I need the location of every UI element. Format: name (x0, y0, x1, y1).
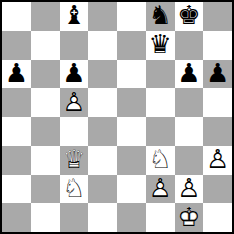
black-knight: ♞ (146, 2, 175, 31)
black-pawn-glyph: ♟ (206, 60, 229, 86)
square-g8[interactable]: ♚ (175, 2, 204, 31)
black-pawn-glyph: ♟ (5, 60, 28, 86)
white-knight-outline: ♘ (148, 147, 171, 173)
black-pawn: ♟ (203, 60, 232, 89)
square-b2[interactable] (31, 175, 60, 204)
black-pawn-glyph: ♟ (62, 60, 85, 86)
square-d7[interactable] (88, 31, 117, 60)
square-f2[interactable]: ♟♙ (146, 175, 175, 204)
square-c8[interactable]: ♝ (60, 2, 89, 31)
square-g4[interactable] (175, 117, 204, 146)
white-knight: ♞♘ (60, 175, 89, 204)
square-d2[interactable] (88, 175, 117, 204)
square-e3[interactable] (117, 146, 146, 175)
black-pawn: ♟ (2, 60, 31, 89)
white-queen-outline: ♕ (62, 147, 85, 173)
square-f8[interactable]: ♞ (146, 2, 175, 31)
square-b1[interactable] (31, 203, 60, 232)
square-a3[interactable] (2, 146, 31, 175)
square-d5[interactable] (88, 88, 117, 117)
black-pawn: ♟ (175, 60, 204, 89)
white-queen: ♛♕ (60, 146, 89, 175)
square-h6[interactable]: ♟ (203, 60, 232, 89)
square-e7[interactable] (117, 31, 146, 60)
square-a2[interactable] (2, 175, 31, 204)
square-d4[interactable] (88, 117, 117, 146)
square-d8[interactable] (88, 2, 117, 31)
square-h5[interactable] (203, 88, 232, 117)
square-e6[interactable] (117, 60, 146, 89)
square-f7[interactable]: ♛ (146, 31, 175, 60)
square-e2[interactable] (117, 175, 146, 204)
square-c4[interactable] (60, 117, 89, 146)
square-e4[interactable] (117, 117, 146, 146)
black-king-glyph: ♚ (177, 3, 200, 29)
white-pawn: ♟♙ (60, 88, 89, 117)
black-queen: ♛ (146, 31, 175, 60)
square-c2[interactable]: ♞♘ (60, 175, 89, 204)
white-knight-outline: ♘ (62, 175, 85, 201)
square-a8[interactable] (2, 2, 31, 31)
square-g5[interactable] (175, 88, 204, 117)
white-pawn: ♟♙ (146, 175, 175, 204)
white-pawn-outline: ♙ (62, 89, 85, 115)
black-queen-glyph: ♛ (148, 32, 171, 58)
square-b5[interactable] (31, 88, 60, 117)
square-h3[interactable]: ♟♙ (203, 146, 232, 175)
white-pawn: ♟♙ (175, 175, 204, 204)
square-g2[interactable]: ♟♙ (175, 175, 204, 204)
square-e1[interactable] (117, 203, 146, 232)
square-g6[interactable]: ♟ (175, 60, 204, 89)
square-d3[interactable] (88, 146, 117, 175)
white-king-outline: ♔ (177, 204, 200, 230)
square-a5[interactable] (2, 88, 31, 117)
white-pawn: ♟♙ (203, 146, 232, 175)
square-b4[interactable] (31, 117, 60, 146)
square-c3[interactable]: ♛♕ (60, 146, 89, 175)
white-pawn-outline: ♙ (206, 147, 229, 173)
square-c7[interactable] (60, 31, 89, 60)
square-h1[interactable] (203, 203, 232, 232)
black-bishop: ♝ (60, 2, 89, 31)
square-g3[interactable] (175, 146, 204, 175)
square-a1[interactable] (2, 203, 31, 232)
square-e8[interactable] (117, 2, 146, 31)
chess-board: ♝♞♚♛♟♟♟♟♟♙♛♕♞♘♟♙♞♘♟♙♟♙♚♔ (0, 0, 234, 234)
square-b8[interactable] (31, 2, 60, 31)
square-c5[interactable]: ♟♙ (60, 88, 89, 117)
square-c1[interactable] (60, 203, 89, 232)
square-b6[interactable] (31, 60, 60, 89)
black-knight-glyph: ♞ (148, 3, 171, 29)
square-a7[interactable] (2, 31, 31, 60)
black-pawn-glyph: ♟ (177, 60, 200, 86)
square-e5[interactable] (117, 88, 146, 117)
square-d1[interactable] (88, 203, 117, 232)
square-b3[interactable] (31, 146, 60, 175)
white-king: ♚♔ (175, 203, 204, 232)
square-h4[interactable] (203, 117, 232, 146)
square-a6[interactable]: ♟ (2, 60, 31, 89)
square-b7[interactable] (31, 31, 60, 60)
square-g7[interactable] (175, 31, 204, 60)
square-a4[interactable] (2, 117, 31, 146)
white-pawn-outline: ♙ (148, 175, 171, 201)
square-h7[interactable] (203, 31, 232, 60)
white-knight: ♞♘ (146, 146, 175, 175)
square-c6[interactable]: ♟ (60, 60, 89, 89)
black-bishop-glyph: ♝ (62, 3, 85, 29)
square-d6[interactable] (88, 60, 117, 89)
square-f6[interactable] (146, 60, 175, 89)
black-king: ♚ (175, 2, 204, 31)
square-f1[interactable] (146, 203, 175, 232)
white-pawn-outline: ♙ (177, 175, 200, 201)
square-f5[interactable] (146, 88, 175, 117)
square-h2[interactable] (203, 175, 232, 204)
square-g1[interactable]: ♚♔ (175, 203, 204, 232)
black-pawn: ♟ (60, 60, 89, 89)
square-f4[interactable] (146, 117, 175, 146)
square-f3[interactable]: ♞♘ (146, 146, 175, 175)
square-h8[interactable] (203, 2, 232, 31)
